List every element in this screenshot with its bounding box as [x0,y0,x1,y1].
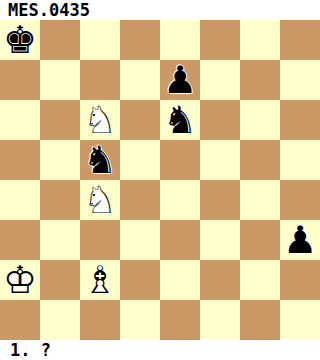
square-c1[interactable] [80,300,120,340]
square-b5[interactable] [40,140,80,180]
square-b2[interactable] [40,260,80,300]
square-d8[interactable] [120,20,160,60]
square-b8[interactable] [40,20,80,60]
black-knight-piece: ♞ [80,140,120,180]
white-king-piece: ♚♔ [0,260,40,300]
black-pawn-piece: ♟ [160,60,200,100]
square-a7[interactable] [0,60,40,100]
square-c8[interactable] [80,20,120,60]
square-c7[interactable] [80,60,120,100]
square-g5[interactable] [240,140,280,180]
square-g3[interactable] [240,220,280,260]
square-d7[interactable] [120,60,160,100]
square-b4[interactable] [40,180,80,220]
white-bishop-piece: ♝♗ [80,260,120,300]
white-knight-piece: ♞♘ [80,180,120,220]
square-f1[interactable] [200,300,240,340]
square-a3[interactable] [0,220,40,260]
square-g1[interactable] [240,300,280,340]
black-pawn-piece: ♟ [280,220,320,260]
white-knight-piece: ♞♘ [80,100,120,140]
square-g8[interactable] [240,20,280,60]
square-h5[interactable] [280,140,320,180]
square-f4[interactable] [200,180,240,220]
square-e6[interactable]: ♞ [160,100,200,140]
square-b6[interactable] [40,100,80,140]
square-h3[interactable]: ♟ [280,220,320,260]
square-h1[interactable] [280,300,320,340]
square-d6[interactable] [120,100,160,140]
black-knight-piece: ♞ [160,100,200,140]
square-e1[interactable] [160,300,200,340]
square-h7[interactable] [280,60,320,100]
square-h2[interactable] [280,260,320,300]
square-f5[interactable] [200,140,240,180]
square-f6[interactable] [200,100,240,140]
square-b7[interactable] [40,60,80,100]
square-e2[interactable] [160,260,200,300]
chess-puzzle-page: MES.0435 ♚♟♞♘♞♞♞♘♟♚♔♝♗ 1. ? [0,0,320,360]
square-h6[interactable] [280,100,320,140]
square-g2[interactable] [240,260,280,300]
square-c3[interactable] [80,220,120,260]
square-g6[interactable] [240,100,280,140]
square-e3[interactable] [160,220,200,260]
square-e5[interactable] [160,140,200,180]
square-f2[interactable] [200,260,240,300]
square-e4[interactable] [160,180,200,220]
chess-board: ♚♟♞♘♞♞♞♘♟♚♔♝♗ [0,20,320,340]
square-a8[interactable]: ♚ [0,20,40,60]
square-c4[interactable]: ♞♘ [80,180,120,220]
square-d5[interactable] [120,140,160,180]
square-d3[interactable] [120,220,160,260]
square-f7[interactable] [200,60,240,100]
square-h4[interactable] [280,180,320,220]
square-b3[interactable] [40,220,80,260]
square-d1[interactable] [120,300,160,340]
square-d2[interactable] [120,260,160,300]
square-h8[interactable] [280,20,320,60]
square-g4[interactable] [240,180,280,220]
square-f3[interactable] [200,220,240,260]
move-prompt: 1. ? [0,340,320,360]
black-king-piece: ♚ [0,20,40,60]
square-c5[interactable]: ♞ [80,140,120,180]
square-f8[interactable] [200,20,240,60]
square-d4[interactable] [120,180,160,220]
square-a4[interactable] [0,180,40,220]
square-b1[interactable] [40,300,80,340]
square-a5[interactable] [0,140,40,180]
square-a1[interactable] [0,300,40,340]
square-a6[interactable] [0,100,40,140]
square-c6[interactable]: ♞♘ [80,100,120,140]
square-c2[interactable]: ♝♗ [80,260,120,300]
square-e8[interactable] [160,20,200,60]
square-e7[interactable]: ♟ [160,60,200,100]
puzzle-title: MES.0435 [0,0,320,20]
square-a2[interactable]: ♚♔ [0,260,40,300]
square-g7[interactable] [240,60,280,100]
